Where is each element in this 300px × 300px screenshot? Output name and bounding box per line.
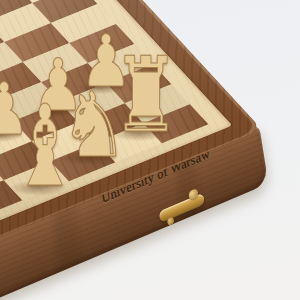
- brass-clasp-foot: [167, 216, 175, 226]
- brass-clasp: [159, 193, 205, 223]
- photo-scene: University of Warsaw ♟ ♟ ♜ ♟ ♞ ♝: [0, 0, 300, 300]
- white-bishop[interactable]: ♝: [12, 90, 78, 202]
